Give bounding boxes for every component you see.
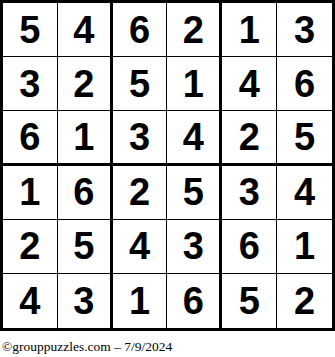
cell-r2c5: 4	[222, 57, 277, 111]
cell-r2c4: 1	[167, 57, 222, 111]
cell-r2c3: 5	[113, 57, 168, 111]
cell-r3c6: 5	[277, 111, 332, 165]
cell-r4c2: 6	[58, 166, 113, 220]
cell-r5c1: 2	[3, 220, 58, 274]
cell-r1c2: 4	[58, 3, 113, 57]
puzzle-page: 546213325146613425162534254361431652 ©gr…	[0, 0, 335, 357]
cell-r1c1: 5	[3, 3, 58, 57]
cell-r1c5: 1	[222, 3, 277, 57]
cell-r5c6: 1	[277, 220, 332, 274]
cell-r4c6: 4	[277, 166, 332, 220]
cell-r1c3: 6	[113, 3, 168, 57]
cell-r2c6: 6	[277, 57, 332, 111]
copyright-text: ©grouppuzzles.com – 7/9/2024	[2, 339, 172, 355]
cell-r3c2: 1	[58, 111, 113, 165]
cell-r5c4: 3	[167, 220, 222, 274]
cell-r4c3: 2	[113, 166, 168, 220]
cell-r6c3: 1	[113, 274, 168, 328]
cell-r1c6: 3	[277, 3, 332, 57]
cell-r6c5: 5	[222, 274, 277, 328]
cell-r2c1: 3	[3, 57, 58, 111]
cell-r5c5: 6	[222, 220, 277, 274]
cell-r6c6: 2	[277, 274, 332, 328]
cell-r4c5: 3	[222, 166, 277, 220]
cell-r3c1: 6	[3, 111, 58, 165]
cell-r3c3: 3	[113, 111, 168, 165]
cell-r4c4: 5	[167, 166, 222, 220]
cell-r5c3: 4	[113, 220, 168, 274]
cell-r3c5: 2	[222, 111, 277, 165]
sudoku-board: 546213325146613425162534254361431652	[0, 0, 335, 331]
cell-r6c1: 4	[3, 274, 58, 328]
cell-r4c1: 1	[3, 166, 58, 220]
cell-r5c2: 5	[58, 220, 113, 274]
cell-r1c4: 2	[167, 3, 222, 57]
cell-r6c2: 3	[58, 274, 113, 328]
cell-r2c2: 2	[58, 57, 113, 111]
cell-r3c4: 4	[167, 111, 222, 165]
cell-r6c4: 6	[167, 274, 222, 328]
